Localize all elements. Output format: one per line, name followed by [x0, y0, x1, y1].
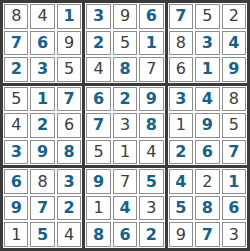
sudoku-board: 8417692353962514877528346195174263986297…	[0, 0, 250, 251]
box-2: 396251487	[85, 3, 164, 83]
box-1: 841769235	[3, 3, 82, 83]
cell-r7c9[interactable]: 1	[222, 169, 246, 194]
cell-r5c2[interactable]: 2	[30, 113, 54, 138]
cell-r8c5[interactable]: 4	[113, 196, 137, 221]
cell-r8c9[interactable]: 6	[222, 196, 246, 221]
cell-r8c4[interactable]: 1	[86, 196, 110, 221]
box-8: 975143862	[85, 168, 164, 248]
cell-r5c9[interactable]: 5	[222, 113, 246, 138]
cell-r8c7[interactable]: 5	[169, 196, 193, 221]
cell-r4c3[interactable]: 7	[57, 87, 81, 112]
cell-r3c4[interactable]: 4	[86, 57, 110, 82]
cell-r9c3[interactable]: 4	[57, 222, 81, 247]
box-6: 348195267	[168, 86, 247, 166]
cell-r2c2[interactable]: 6	[30, 31, 54, 56]
cell-r5c6[interactable]: 8	[139, 113, 163, 138]
box-7: 683972154	[3, 168, 82, 248]
cell-r1c9[interactable]: 2	[222, 4, 246, 29]
cell-r7c8[interactable]: 2	[195, 169, 219, 194]
cell-r1c2[interactable]: 4	[30, 4, 54, 29]
cell-r4c1[interactable]: 5	[4, 87, 28, 112]
cell-r4c9[interactable]: 8	[222, 87, 246, 112]
cell-r5c3[interactable]: 6	[57, 113, 81, 138]
cell-r7c1[interactable]: 6	[4, 169, 28, 194]
cell-r8c6[interactable]: 3	[139, 196, 163, 221]
cell-r1c6[interactable]: 6	[139, 4, 163, 29]
box-3: 752834619	[168, 3, 247, 83]
cell-r6c7[interactable]: 2	[169, 140, 193, 165]
cell-r5c5[interactable]: 3	[113, 113, 137, 138]
cell-r4c4[interactable]: 6	[86, 87, 110, 112]
cell-r9c9[interactable]: 3	[222, 222, 246, 247]
cell-r4c5[interactable]: 2	[113, 87, 137, 112]
cell-r2c3[interactable]: 9	[57, 31, 81, 56]
box-9: 421586973	[168, 168, 247, 248]
cell-r5c7[interactable]: 1	[169, 113, 193, 138]
cell-r2c9[interactable]: 4	[222, 31, 246, 56]
cell-r8c8[interactable]: 8	[195, 196, 219, 221]
cell-r7c5[interactable]: 7	[113, 169, 137, 194]
cell-r5c8[interactable]: 9	[195, 113, 219, 138]
cell-r6c3[interactable]: 8	[57, 140, 81, 165]
box-4: 517426398	[3, 86, 82, 166]
cell-r3c7[interactable]: 6	[169, 57, 193, 82]
cell-r2c4[interactable]: 2	[86, 31, 110, 56]
cell-r1c4[interactable]: 3	[86, 4, 110, 29]
cell-r8c3[interactable]: 2	[57, 196, 81, 221]
cell-r1c8[interactable]: 5	[195, 4, 219, 29]
cell-r5c4[interactable]: 7	[86, 113, 110, 138]
cell-r1c1[interactable]: 8	[4, 4, 28, 29]
cell-r6c8[interactable]: 6	[195, 140, 219, 165]
cell-r5c1[interactable]: 4	[4, 113, 28, 138]
cell-r4c6[interactable]: 9	[139, 87, 163, 112]
cell-r9c4[interactable]: 8	[86, 222, 110, 247]
cell-r7c6[interactable]: 5	[139, 169, 163, 194]
cell-r2c1[interactable]: 7	[4, 31, 28, 56]
cell-r8c2[interactable]: 7	[30, 196, 54, 221]
cell-r6c5[interactable]: 1	[113, 140, 137, 165]
cell-r1c7[interactable]: 7	[169, 4, 193, 29]
cell-r9c5[interactable]: 6	[113, 222, 137, 247]
cell-r3c1[interactable]: 2	[4, 57, 28, 82]
cell-r3c8[interactable]: 1	[195, 57, 219, 82]
cell-r3c2[interactable]: 3	[30, 57, 54, 82]
cell-r7c7[interactable]: 4	[169, 169, 193, 194]
cell-r3c6[interactable]: 7	[139, 57, 163, 82]
cell-r2c5[interactable]: 5	[113, 31, 137, 56]
cell-r8c1[interactable]: 9	[4, 196, 28, 221]
cell-r4c8[interactable]: 4	[195, 87, 219, 112]
cell-r3c9[interactable]: 9	[222, 57, 246, 82]
cell-r9c8[interactable]: 7	[195, 222, 219, 247]
cell-r3c5[interactable]: 8	[113, 57, 137, 82]
cell-r7c2[interactable]: 8	[30, 169, 54, 194]
cell-r2c7[interactable]: 8	[169, 31, 193, 56]
cell-r3c3[interactable]: 5	[57, 57, 81, 82]
box-5: 629738514	[85, 86, 164, 166]
cell-r6c6[interactable]: 4	[139, 140, 163, 165]
cell-r1c5[interactable]: 9	[113, 4, 137, 29]
cell-r2c6[interactable]: 1	[139, 31, 163, 56]
cell-r1c3[interactable]: 1	[57, 4, 81, 29]
cell-r9c6[interactable]: 2	[139, 222, 163, 247]
cell-r7c4[interactable]: 9	[86, 169, 110, 194]
cell-r7c3[interactable]: 3	[57, 169, 81, 194]
cell-r9c1[interactable]: 1	[4, 222, 28, 247]
cell-r2c8[interactable]: 3	[195, 31, 219, 56]
cell-r4c7[interactable]: 3	[169, 87, 193, 112]
cell-r6c2[interactable]: 9	[30, 140, 54, 165]
cell-r6c9[interactable]: 7	[222, 140, 246, 165]
cell-r9c2[interactable]: 5	[30, 222, 54, 247]
cell-r9c7[interactable]: 9	[169, 222, 193, 247]
cell-r6c4[interactable]: 5	[86, 140, 110, 165]
cell-r4c2[interactable]: 1	[30, 87, 54, 112]
cell-r6c1[interactable]: 3	[4, 140, 28, 165]
